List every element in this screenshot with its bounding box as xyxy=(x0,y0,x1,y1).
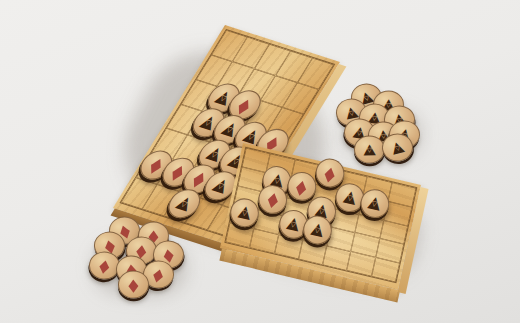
diamond-mark-icon: ◆ xyxy=(323,162,337,184)
diamond-mark-icon: ◆ xyxy=(234,94,255,116)
scene: ▲▽◆▲▽▲▽▲▽◆▲▽▲▽◆◆◆▲▽▲▽ ◆▲▽◆▲▽▲▽◆▲▽▲▽▲▽▲▽ … xyxy=(0,0,520,323)
pile-shadow-right xyxy=(345,110,420,158)
pile-shadow-left xyxy=(95,240,185,295)
diamond-mark-icon: ◆ xyxy=(294,176,308,198)
triangle-inner-icon: ▽ xyxy=(386,102,392,108)
triangle-inner-icon: ▽ xyxy=(363,95,370,102)
board-panel-lower: ◆▲▽◆▲▽▲▽◆▲▽▲▽▲▽▲▽ xyxy=(220,143,421,290)
diamond-mark-icon: ◆ xyxy=(266,189,280,211)
triangle-mark-icon: ▲ xyxy=(358,88,374,105)
diamond-mark-icon: ◆ xyxy=(117,221,132,240)
triangle-mark-icon: ▲ xyxy=(382,96,395,111)
